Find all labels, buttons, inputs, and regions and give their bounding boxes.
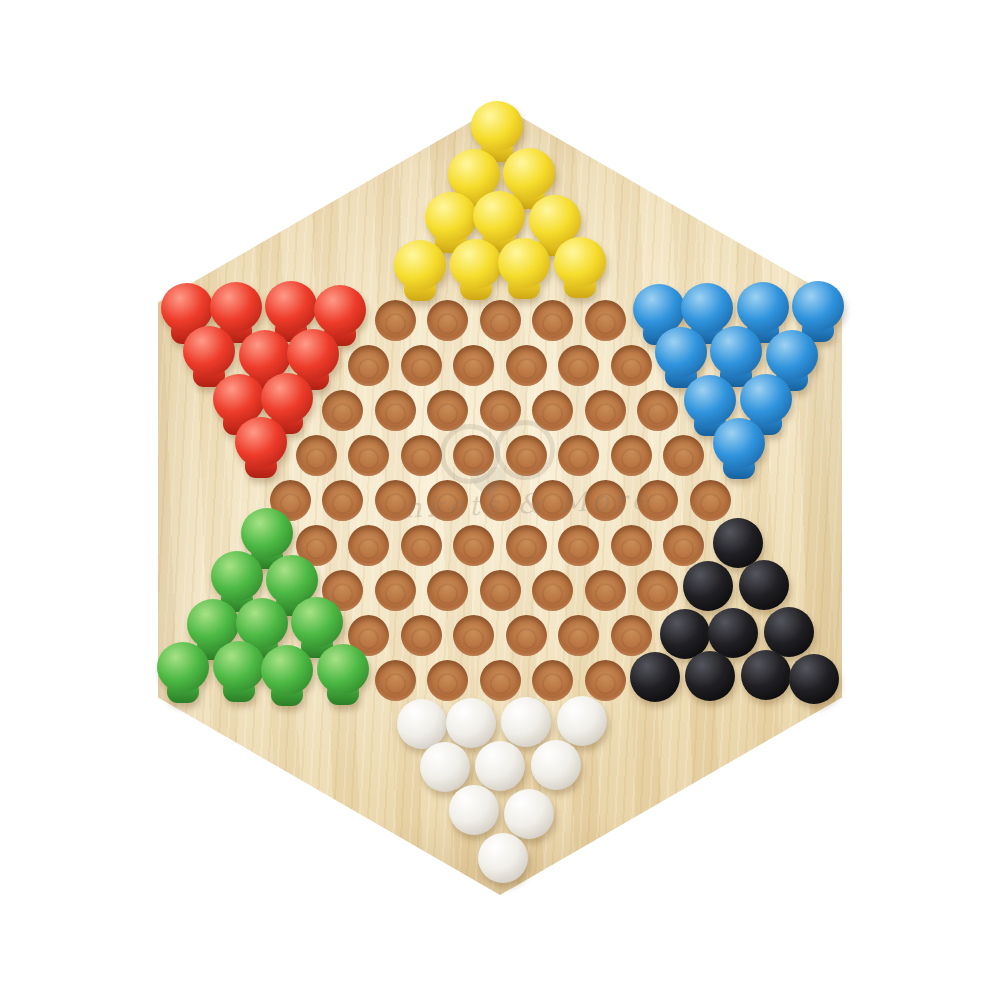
product-photo: ♥ nkets & More [0, 0, 1000, 1000]
board-cell [579, 298, 632, 343]
board-cell [526, 658, 579, 703]
board-cell [316, 388, 369, 433]
board-row [0, 253, 1000, 298]
peg-black[interactable] [708, 608, 758, 658]
board-cell [474, 658, 527, 703]
board-cell [474, 478, 527, 523]
board-cell [369, 388, 422, 433]
board-cell [553, 253, 606, 298]
board-cell [395, 253, 448, 298]
peg-black[interactable] [741, 650, 791, 700]
peg-dome [450, 239, 502, 289]
board-hole[interactable] [375, 480, 416, 521]
board-hole[interactable] [427, 570, 468, 611]
board-row [0, 478, 1000, 523]
peg-white[interactable] [478, 833, 528, 883]
board-hole[interactable] [480, 660, 521, 701]
peg-white[interactable] [501, 697, 551, 747]
board-hole[interactable] [558, 345, 599, 386]
board-cell [526, 748, 579, 793]
peg-yellow[interactable] [394, 240, 446, 302]
board-cell [684, 478, 737, 523]
board-cell [316, 478, 369, 523]
board-hole[interactable] [322, 480, 363, 521]
peg-white[interactable] [531, 740, 581, 790]
board-hole[interactable] [296, 435, 337, 476]
peg-dome [157, 642, 209, 692]
peg-dome [740, 374, 792, 424]
peg-green[interactable] [213, 641, 265, 703]
board-cell [579, 478, 632, 523]
board-row [0, 388, 1000, 433]
board-row [0, 118, 1000, 163]
board-hole[interactable] [480, 480, 521, 521]
peg-dome [213, 641, 265, 691]
board-hole[interactable] [401, 615, 442, 656]
board-cell [684, 568, 737, 613]
peg-white[interactable] [557, 696, 607, 746]
board-hole[interactable] [558, 615, 599, 656]
peg-dome [261, 645, 313, 695]
board-hole[interactable] [375, 390, 416, 431]
board-hole[interactable] [611, 435, 652, 476]
peg-dome [554, 237, 606, 287]
board-cell [789, 658, 842, 703]
board-cell [474, 388, 527, 433]
board-hole[interactable] [663, 435, 704, 476]
board-cell [553, 343, 606, 388]
board-hole[interactable] [532, 480, 573, 521]
board-cell [736, 568, 789, 613]
peg-dome [473, 191, 525, 241]
peg-dome [211, 551, 263, 601]
board-hole[interactable] [532, 660, 573, 701]
peg-blue[interactable] [713, 418, 765, 480]
board-hole[interactable] [585, 300, 626, 341]
board-row [0, 793, 1000, 838]
board-hole[interactable] [480, 300, 521, 341]
board-cell [421, 298, 474, 343]
board-cell [448, 613, 501, 658]
board-hole[interactable] [585, 660, 626, 701]
board-hole[interactable] [348, 525, 389, 566]
board-row [0, 613, 1000, 658]
board-hole[interactable] [348, 435, 389, 476]
peg-dome [710, 326, 762, 376]
board-row [0, 658, 1000, 703]
board-hole[interactable] [558, 435, 599, 476]
board-cell [500, 523, 553, 568]
board-cell [421, 568, 474, 613]
board-row [0, 838, 1000, 883]
board-cell [343, 523, 396, 568]
board-cell [474, 568, 527, 613]
board-hole[interactable] [558, 525, 599, 566]
board-hole[interactable] [637, 390, 678, 431]
board-hole[interactable] [532, 570, 573, 611]
board-cell [631, 658, 684, 703]
board-hole[interactable] [375, 300, 416, 341]
board-cell [369, 658, 422, 703]
board-cell [395, 433, 448, 478]
board-cell [710, 433, 763, 478]
board-hole[interactable] [611, 525, 652, 566]
peg-white[interactable] [504, 789, 554, 839]
board-hole[interactable] [532, 300, 573, 341]
board-row [0, 343, 1000, 388]
peg-dome [471, 101, 523, 151]
peg-black[interactable] [739, 560, 789, 610]
board-cell [526, 568, 579, 613]
board-row [0, 568, 1000, 613]
board-cell [421, 658, 474, 703]
peg-black[interactable] [789, 654, 839, 704]
peg-dome [317, 644, 369, 694]
board-cell [211, 658, 264, 703]
board-hole[interactable] [506, 615, 547, 656]
board-hole[interactable] [348, 345, 389, 386]
board-cell [631, 388, 684, 433]
peg-green[interactable] [157, 642, 209, 704]
board-hole[interactable] [375, 570, 416, 611]
peg-yellow[interactable] [498, 238, 550, 300]
peg-dome [425, 192, 477, 242]
board-grid [0, 118, 1000, 883]
board-row [0, 748, 1000, 793]
board-hole[interactable] [453, 345, 494, 386]
board-hole[interactable] [427, 300, 468, 341]
board-cell [474, 838, 527, 883]
peg-black[interactable] [630, 652, 680, 702]
board-cell [395, 613, 448, 658]
board-cell [343, 343, 396, 388]
peg-yellow[interactable] [450, 239, 502, 301]
board-cell [553, 433, 606, 478]
board-hole[interactable] [585, 570, 626, 611]
peg-dome [291, 597, 343, 647]
peg-black[interactable] [764, 607, 814, 657]
board-cell [736, 658, 789, 703]
board-hole[interactable] [427, 660, 468, 701]
board-cell [448, 253, 501, 298]
board-cell [684, 658, 737, 703]
board-hole[interactable] [663, 525, 704, 566]
peg-white[interactable] [446, 698, 496, 748]
board-cell [526, 298, 579, 343]
board-cell [421, 478, 474, 523]
board-hole[interactable] [585, 390, 626, 431]
peg-dome [792, 281, 844, 331]
peg-dome [766, 330, 818, 380]
peg-dome [394, 240, 446, 290]
board-hole[interactable] [453, 615, 494, 656]
peg-white[interactable] [449, 785, 499, 835]
board-hole[interactable] [506, 525, 547, 566]
peg-dome [265, 281, 317, 331]
board-hole[interactable] [532, 390, 573, 431]
peg-black[interactable] [683, 561, 733, 611]
board-cell [369, 298, 422, 343]
board-cell [343, 433, 396, 478]
board-hole[interactable] [506, 435, 547, 476]
board-hole[interactable] [322, 390, 363, 431]
peg-dome [183, 326, 235, 376]
board-hole[interactable] [480, 570, 521, 611]
board-hole[interactable] [453, 525, 494, 566]
peg-dome [314, 285, 366, 335]
peg-black[interactable] [685, 651, 735, 701]
board-cell [579, 568, 632, 613]
board-cell [500, 253, 553, 298]
peg-red[interactable] [235, 417, 287, 479]
board-cell [526, 388, 579, 433]
peg-dome [498, 238, 550, 288]
board-cell [448, 793, 501, 838]
board-hole[interactable] [480, 390, 521, 431]
board-cell [526, 478, 579, 523]
peg-dome [287, 329, 339, 379]
board-cell [500, 613, 553, 658]
board-cell [553, 613, 606, 658]
board-cell [579, 388, 632, 433]
peg-dome [737, 282, 789, 332]
board-cell [369, 568, 422, 613]
board-cell [605, 523, 658, 568]
board-cell [238, 433, 291, 478]
board-cell [316, 658, 369, 703]
board-cell [658, 433, 711, 478]
peg-green[interactable] [317, 644, 369, 706]
peg-dome [713, 418, 765, 468]
peg-dome [210, 282, 262, 332]
board-cell [500, 793, 553, 838]
board-cell [605, 433, 658, 478]
board-hole[interactable] [690, 480, 731, 521]
board-hole[interactable] [611, 615, 652, 656]
board-hole[interactable] [453, 435, 494, 476]
board-cell [553, 523, 606, 568]
peg-dome [655, 327, 707, 377]
board-cell [631, 478, 684, 523]
board-hole[interactable] [427, 390, 468, 431]
board-hole[interactable] [427, 480, 468, 521]
board-cell [448, 343, 501, 388]
board-cell [395, 343, 448, 388]
board-cell [264, 658, 317, 703]
board-cell [448, 433, 501, 478]
peg-dome [261, 373, 313, 423]
board-cell [500, 433, 553, 478]
board-cell [290, 433, 343, 478]
board-row [0, 523, 1000, 568]
board-cell [369, 478, 422, 523]
board-row [0, 433, 1000, 478]
board-hole[interactable] [611, 345, 652, 386]
board-row [0, 298, 1000, 343]
board-cell [500, 343, 553, 388]
board-hole[interactable] [401, 525, 442, 566]
board-cell [605, 343, 658, 388]
board-hole[interactable] [506, 345, 547, 386]
board-cell [474, 298, 527, 343]
board-hole[interactable] [637, 480, 678, 521]
board-cell [448, 523, 501, 568]
peg-green[interactable] [261, 645, 313, 707]
board-cell [159, 658, 212, 703]
peg-white[interactable] [420, 742, 470, 792]
peg-dome [235, 417, 287, 467]
board-cell [631, 568, 684, 613]
board-cell [421, 388, 474, 433]
board-hole[interactable] [375, 660, 416, 701]
peg-yellow[interactable] [554, 237, 606, 299]
board-cell [395, 523, 448, 568]
peg-white[interactable] [475, 741, 525, 791]
board-hole[interactable] [401, 435, 442, 476]
board-hole[interactable] [585, 480, 626, 521]
board-hole[interactable] [401, 345, 442, 386]
board-hole[interactable] [637, 570, 678, 611]
